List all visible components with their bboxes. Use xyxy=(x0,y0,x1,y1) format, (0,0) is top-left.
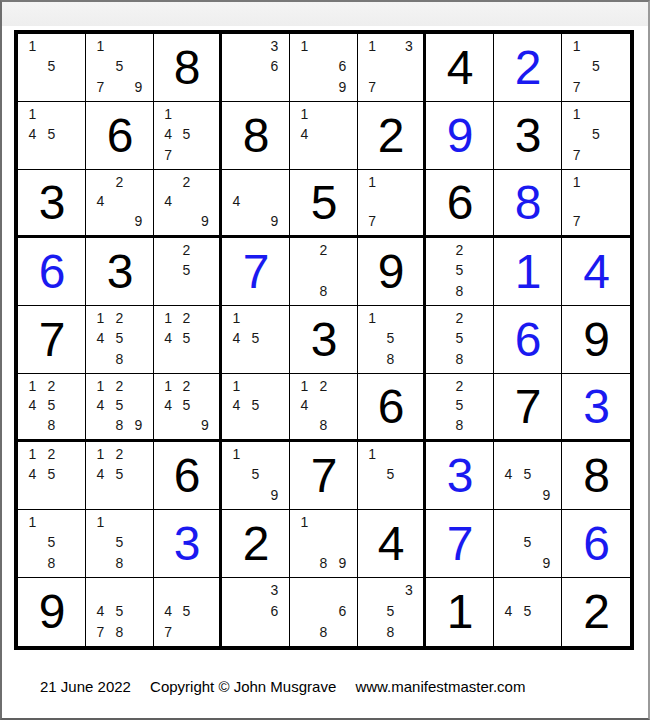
pencil-mark-4: 4 xyxy=(159,396,177,416)
pencil-mark-2: 2 xyxy=(42,444,61,464)
pencil-mark-8: 8 xyxy=(450,415,469,435)
cell-r8c6[interactable]: 4 xyxy=(358,510,426,578)
footer-website: www.manifestmaster.com xyxy=(355,678,525,695)
pencil-mark-8: 8 xyxy=(314,415,333,435)
pencil-mark-9: 9 xyxy=(265,485,284,505)
cell-r6c2[interactable]: 124589 xyxy=(86,374,154,442)
pencil-mark-2: 2 xyxy=(177,308,195,328)
pencil-mark-5: 5 xyxy=(450,396,469,416)
given-digit: 5 xyxy=(311,179,337,227)
cell-r6c9[interactable]: 3 xyxy=(562,374,630,442)
solved-digit: 3 xyxy=(447,452,473,500)
pencil-mark-5: 5 xyxy=(518,464,537,484)
pencil-mark-1: 1 xyxy=(295,512,314,532)
cell-r5c1[interactable]: 7 xyxy=(18,306,86,374)
pencil-mark-4: 4 xyxy=(159,192,177,212)
pencil-mark-4: 4 xyxy=(91,192,110,212)
pencil-mark-8: 8 xyxy=(110,349,129,369)
solved-digit: 6 xyxy=(515,316,541,364)
pencil-mark-7: 7 xyxy=(91,77,110,97)
given-digit: 7 xyxy=(311,452,337,500)
pencil-mark-1: 1 xyxy=(91,512,110,532)
cell-r7c8[interactable]: 459 xyxy=(494,442,562,510)
pencil-mark-4: 4 xyxy=(91,328,110,348)
given-digit: 9 xyxy=(378,248,404,296)
cell-r3c8[interactable]: 8 xyxy=(494,170,562,238)
cell-r7c9[interactable]: 8 xyxy=(562,442,630,510)
pencil-mark-1: 1 xyxy=(23,444,42,464)
pencil-marks: 169 xyxy=(290,34,357,101)
cell-r9c7[interactable]: 1 xyxy=(426,578,494,646)
cell-r2c7[interactable]: 9 xyxy=(426,102,494,170)
pencil-mark-1: 1 xyxy=(23,376,42,396)
cell-r3c2[interactable]: 249 xyxy=(86,170,154,238)
pencil-mark-1: 1 xyxy=(91,36,110,56)
solved-digit: 9 xyxy=(447,112,473,160)
given-digit: 9 xyxy=(39,588,65,636)
cell-r6c5[interactable]: 1248 xyxy=(290,374,358,442)
pencil-marks: 12458 xyxy=(18,374,85,439)
pencil-mark-2: 2 xyxy=(110,444,129,464)
cell-r2c2[interactable]: 6 xyxy=(86,102,154,170)
cell-r5c3[interactable]: 1245 xyxy=(154,306,222,374)
pencil-mark-5: 5 xyxy=(586,124,605,144)
cell-r2c9[interactable]: 157 xyxy=(562,102,630,170)
pencil-mark-5: 5 xyxy=(518,601,537,622)
pencil-marks: 358 xyxy=(358,578,423,646)
pencil-marks: 457 xyxy=(154,578,219,646)
cell-r3c7[interactable]: 6 xyxy=(426,170,494,238)
cell-r7c2[interactable]: 1245 xyxy=(86,442,154,510)
pencil-marks: 249 xyxy=(86,170,153,235)
cell-r9c5[interactable]: 68 xyxy=(290,578,358,646)
cell-r2c4[interactable]: 8 xyxy=(222,102,290,170)
pencil-mark-4: 4 xyxy=(159,601,177,622)
pencil-mark-5: 5 xyxy=(110,56,129,76)
pencil-mark-1: 1 xyxy=(91,444,110,464)
cell-r9c2[interactable]: 4578 xyxy=(86,578,154,646)
window-top-strip xyxy=(2,2,648,26)
pencil-mark-5: 5 xyxy=(110,464,129,484)
pencil-marks: 17 xyxy=(358,170,423,235)
cell-r6c6[interactable]: 6 xyxy=(358,374,426,442)
pencil-mark-1: 1 xyxy=(159,104,177,124)
cell-r5c5[interactable]: 3 xyxy=(290,306,358,374)
cell-r1c5[interactable]: 169 xyxy=(290,34,358,102)
cell-r1c4[interactable]: 36 xyxy=(222,34,290,102)
cell-r4c3[interactable]: 25 xyxy=(154,238,222,306)
cell-r2c3[interactable]: 1457 xyxy=(154,102,222,170)
cell-r1c1[interactable]: 15 xyxy=(18,34,86,102)
pencil-mark-4: 4 xyxy=(227,328,246,348)
given-digit: 2 xyxy=(583,588,609,636)
pencil-mark-7: 7 xyxy=(567,211,586,231)
cell-r9c6[interactable]: 358 xyxy=(358,578,426,646)
given-digit: 3 xyxy=(311,316,337,364)
pencil-mark-2: 2 xyxy=(450,308,469,328)
pencil-marks: 258 xyxy=(426,238,493,305)
pencil-mark-5: 5 xyxy=(177,396,195,416)
cell-r4c1[interactable]: 6 xyxy=(18,238,86,306)
cell-r5c4[interactable]: 145 xyxy=(222,306,290,374)
given-digit: 6 xyxy=(174,452,200,500)
cell-r1c8[interactable]: 2 xyxy=(494,34,562,102)
cell-r6c3[interactable]: 12459 xyxy=(154,374,222,442)
pencil-mark-5: 5 xyxy=(381,601,399,622)
pencil-mark-2: 2 xyxy=(110,376,129,396)
pencil-mark-3: 3 xyxy=(265,36,284,56)
pencil-mark-5: 5 xyxy=(177,260,195,280)
given-digit: 7 xyxy=(39,316,65,364)
pencil-marks: 45 xyxy=(494,578,561,646)
pencil-marks: 249 xyxy=(154,170,219,235)
solved-digit: 3 xyxy=(174,520,200,568)
given-digit: 8 xyxy=(583,452,609,500)
pencil-mark-7: 7 xyxy=(159,621,177,642)
pencil-mark-9: 9 xyxy=(265,211,284,231)
pencil-mark-1: 1 xyxy=(363,172,381,192)
cell-r6c7[interactable]: 258 xyxy=(426,374,494,442)
pencil-mark-5: 5 xyxy=(381,328,399,348)
pencil-mark-4: 4 xyxy=(295,124,314,144)
pencil-mark-5: 5 xyxy=(586,56,605,76)
pencil-mark-8: 8 xyxy=(110,415,129,435)
pencil-mark-9: 9 xyxy=(129,415,148,435)
pencil-mark-9: 9 xyxy=(196,415,214,435)
given-digit: 6 xyxy=(107,112,133,160)
pencil-mark-5: 5 xyxy=(42,532,61,552)
pencil-mark-5: 5 xyxy=(110,396,129,416)
given-digit: 7 xyxy=(515,383,541,431)
given-digit: 3 xyxy=(39,179,65,227)
pencil-mark-8: 8 xyxy=(381,621,399,642)
solved-digit: 1 xyxy=(515,248,541,296)
cell-r2c5[interactable]: 14 xyxy=(290,102,358,170)
cell-r7c7[interactable]: 3 xyxy=(426,442,494,510)
cell-r3c4[interactable]: 49 xyxy=(222,170,290,238)
pencil-mark-4: 4 xyxy=(91,601,110,622)
pencil-mark-8: 8 xyxy=(314,621,333,642)
pencil-mark-5: 5 xyxy=(381,464,399,484)
given-digit: 2 xyxy=(243,520,269,568)
cell-r8c3[interactable]: 3 xyxy=(154,510,222,578)
pencil-marks: 145 xyxy=(18,102,85,169)
cell-r9c9[interactable]: 2 xyxy=(562,578,630,646)
pencil-mark-1: 1 xyxy=(23,104,42,124)
pencil-marks: 4578 xyxy=(86,578,153,646)
pencil-mark-1: 1 xyxy=(227,444,246,464)
cell-r2c8[interactable]: 3 xyxy=(494,102,562,170)
pencil-marks: 12459 xyxy=(154,374,219,439)
cell-r3c1[interactable]: 3 xyxy=(18,170,86,238)
cell-r5c9[interactable]: 9 xyxy=(562,306,630,374)
given-digit: 4 xyxy=(378,520,404,568)
pencil-mark-6: 6 xyxy=(333,601,352,622)
pencil-mark-3: 3 xyxy=(265,580,284,601)
cell-r9c1[interactable]: 9 xyxy=(18,578,86,646)
cell-r5c2[interactable]: 12458 xyxy=(86,306,154,374)
cell-r3c5[interactable]: 5 xyxy=(290,170,358,238)
pencil-mark-9: 9 xyxy=(333,553,352,573)
pencil-mark-3: 3 xyxy=(400,580,418,601)
pencil-mark-5: 5 xyxy=(246,464,265,484)
cell-r1c6[interactable]: 137 xyxy=(358,34,426,102)
pencil-marks: 36 xyxy=(222,34,289,101)
cell-r3c3[interactable]: 249 xyxy=(154,170,222,238)
cell-r9c3[interactable]: 457 xyxy=(154,578,222,646)
cell-r4c4[interactable]: 7 xyxy=(222,238,290,306)
pencil-marks: 124589 xyxy=(86,374,153,439)
cell-r4c8[interactable]: 1 xyxy=(494,238,562,306)
pencil-marks: 159 xyxy=(222,442,289,509)
cell-r7c4[interactable]: 159 xyxy=(222,442,290,510)
pencil-mark-4: 4 xyxy=(23,396,42,416)
pencil-mark-5: 5 xyxy=(177,328,195,348)
solved-digit: 6 xyxy=(39,248,65,296)
cell-r9c4[interactable]: 36 xyxy=(222,578,290,646)
cell-r1c9[interactable]: 157 xyxy=(562,34,630,102)
pencil-marks: 189 xyxy=(290,510,357,577)
solved-digit: 2 xyxy=(515,44,541,92)
pencil-mark-4: 4 xyxy=(499,601,518,622)
pencil-mark-7: 7 xyxy=(91,621,110,642)
cell-r4c6[interactable]: 9 xyxy=(358,238,426,306)
pencil-mark-4: 4 xyxy=(23,464,42,484)
cell-r4c7[interactable]: 258 xyxy=(426,238,494,306)
given-digit: 6 xyxy=(447,179,473,227)
pencil-marks: 14 xyxy=(290,102,357,169)
pencil-mark-5: 5 xyxy=(42,396,61,416)
solved-digit: 3 xyxy=(583,383,609,431)
pencil-mark-1: 1 xyxy=(295,104,314,124)
given-digit: 8 xyxy=(174,44,200,92)
pencil-mark-7: 7 xyxy=(567,77,586,97)
pencil-mark-7: 7 xyxy=(363,211,381,231)
given-digit: 1 xyxy=(447,588,473,636)
cell-r9c8[interactable]: 45 xyxy=(494,578,562,646)
pencil-marks: 12458 xyxy=(86,306,153,373)
pencil-marks: 1457 xyxy=(154,102,219,169)
cell-r7c3[interactable]: 6 xyxy=(154,442,222,510)
pencil-mark-3: 3 xyxy=(400,36,418,56)
given-digit: 8 xyxy=(243,112,269,160)
pencil-marks: 25 xyxy=(154,238,219,305)
cell-r1c3[interactable]: 8 xyxy=(154,34,222,102)
pencil-marks: 1579 xyxy=(86,34,153,101)
pencil-mark-4: 4 xyxy=(295,396,314,416)
cell-r7c1[interactable]: 1245 xyxy=(18,442,86,510)
footer: 21 June 2022 Copyright © John Musgrave w… xyxy=(40,678,525,695)
pencil-mark-5: 5 xyxy=(42,124,61,144)
pencil-mark-5: 5 xyxy=(110,601,129,622)
cell-r8c4[interactable]: 2 xyxy=(222,510,290,578)
cell-r7c5[interactable]: 7 xyxy=(290,442,358,510)
pencil-mark-1: 1 xyxy=(23,36,42,56)
pencil-marks: 158 xyxy=(358,306,423,373)
cell-r8c8[interactable]: 59 xyxy=(494,510,562,578)
pencil-marks: 459 xyxy=(494,442,561,509)
pencil-marks: 15 xyxy=(358,442,423,509)
pencil-mark-8: 8 xyxy=(110,621,129,642)
pencil-mark-9: 9 xyxy=(196,211,214,231)
pencil-mark-9: 9 xyxy=(129,211,148,231)
pencil-mark-4: 4 xyxy=(499,464,518,484)
cell-r8c2[interactable]: 158 xyxy=(86,510,154,578)
pencil-mark-4: 4 xyxy=(91,396,110,416)
pencil-mark-2: 2 xyxy=(177,240,195,260)
pencil-marks: 158 xyxy=(18,510,85,577)
cell-r6c4[interactable]: 145 xyxy=(222,374,290,442)
sudoku-board: 1515798361691374215714561457814293157324… xyxy=(14,30,634,650)
pencil-mark-8: 8 xyxy=(381,349,399,369)
cell-r1c7[interactable]: 4 xyxy=(426,34,494,102)
cell-r3c9[interactable]: 17 xyxy=(562,170,630,238)
solved-digit: 6 xyxy=(583,520,609,568)
cell-r7c6[interactable]: 15 xyxy=(358,442,426,510)
cell-r5c6[interactable]: 158 xyxy=(358,306,426,374)
pencil-mark-2: 2 xyxy=(450,376,469,396)
pencil-mark-5: 5 xyxy=(518,532,537,552)
pencil-mark-5: 5 xyxy=(450,328,469,348)
pencil-marks: 137 xyxy=(358,34,423,101)
cell-r8c5[interactable]: 189 xyxy=(290,510,358,578)
pencil-mark-2: 2 xyxy=(314,376,333,396)
pencil-mark-4: 4 xyxy=(91,464,110,484)
given-digit: 3 xyxy=(515,112,541,160)
pencil-mark-5: 5 xyxy=(42,464,61,484)
cell-r4c5[interactable]: 28 xyxy=(290,238,358,306)
pencil-marks: 145 xyxy=(222,374,289,439)
solved-digit: 7 xyxy=(447,520,473,568)
pencil-mark-9: 9 xyxy=(129,77,148,97)
pencil-mark-2: 2 xyxy=(450,240,469,260)
pencil-mark-4: 4 xyxy=(159,124,177,144)
footer-date: 21 June 2022 xyxy=(40,678,131,695)
cell-r4c9[interactable]: 4 xyxy=(562,238,630,306)
pencil-marks: 1245 xyxy=(18,442,85,509)
pencil-mark-8: 8 xyxy=(314,553,333,573)
page-frame: 1515798361691374215714561457814293157324… xyxy=(0,0,650,720)
pencil-mark-6: 6 xyxy=(333,56,352,76)
given-digit: 6 xyxy=(378,383,404,431)
pencil-marks: 1245 xyxy=(86,442,153,509)
given-digit: 4 xyxy=(447,44,473,92)
pencil-mark-2: 2 xyxy=(314,240,333,260)
cell-r3c6[interactable]: 17 xyxy=(358,170,426,238)
solved-digit: 8 xyxy=(515,179,541,227)
pencil-mark-4: 4 xyxy=(159,328,177,348)
pencil-marks: 145 xyxy=(222,306,289,373)
pencil-mark-9: 9 xyxy=(537,485,556,505)
cell-r6c1[interactable]: 12458 xyxy=(18,374,86,442)
pencil-marks: 158 xyxy=(86,510,153,577)
pencil-mark-2: 2 xyxy=(110,172,129,192)
pencil-marks: 157 xyxy=(562,102,630,169)
pencil-mark-1: 1 xyxy=(363,36,381,56)
pencil-marks: 59 xyxy=(494,510,561,577)
pencil-mark-7: 7 xyxy=(159,145,177,165)
given-digit: 3 xyxy=(107,248,133,296)
pencil-mark-2: 2 xyxy=(177,376,195,396)
pencil-mark-4: 4 xyxy=(227,396,246,416)
cell-r8c1[interactable]: 158 xyxy=(18,510,86,578)
pencil-mark-8: 8 xyxy=(110,553,129,573)
pencil-mark-2: 2 xyxy=(110,308,129,328)
pencil-mark-1: 1 xyxy=(363,444,381,464)
footer-copyright: Copyright © John Musgrave xyxy=(150,678,336,695)
pencil-mark-2: 2 xyxy=(42,376,61,396)
cell-r5c8[interactable]: 6 xyxy=(494,306,562,374)
pencil-mark-1: 1 xyxy=(295,376,314,396)
pencil-marks: 17 xyxy=(562,170,630,235)
cell-r8c9[interactable]: 6 xyxy=(562,510,630,578)
cell-r4c2[interactable]: 3 xyxy=(86,238,154,306)
cell-r1c2[interactable]: 1579 xyxy=(86,34,154,102)
cell-r2c1[interactable]: 145 xyxy=(18,102,86,170)
pencil-mark-5: 5 xyxy=(177,601,195,622)
pencil-marks: 258 xyxy=(426,306,493,373)
cell-r6c8[interactable]: 7 xyxy=(494,374,562,442)
pencil-mark-7: 7 xyxy=(363,77,381,97)
pencil-mark-1: 1 xyxy=(363,308,381,328)
pencil-mark-2: 2 xyxy=(177,172,195,192)
pencil-mark-4: 4 xyxy=(23,124,42,144)
pencil-mark-6: 6 xyxy=(265,56,284,76)
pencil-mark-1: 1 xyxy=(295,36,314,56)
pencil-mark-7: 7 xyxy=(567,145,586,165)
pencil-marks: 258 xyxy=(426,374,493,439)
pencil-mark-8: 8 xyxy=(314,281,333,301)
pencil-mark-1: 1 xyxy=(567,172,586,192)
pencil-mark-5: 5 xyxy=(246,396,265,416)
cell-r8c7[interactable]: 7 xyxy=(426,510,494,578)
pencil-mark-1: 1 xyxy=(227,308,246,328)
pencil-marks: 157 xyxy=(562,34,630,101)
pencil-mark-1: 1 xyxy=(159,376,177,396)
pencil-marks: 1248 xyxy=(290,374,357,439)
pencil-mark-5: 5 xyxy=(42,56,61,76)
pencil-mark-1: 1 xyxy=(159,308,177,328)
pencil-mark-1: 1 xyxy=(567,36,586,56)
pencil-mark-8: 8 xyxy=(42,415,61,435)
pencil-marks: 68 xyxy=(290,578,357,646)
pencil-mark-8: 8 xyxy=(42,553,61,573)
pencil-mark-5: 5 xyxy=(110,328,129,348)
pencil-mark-6: 6 xyxy=(265,601,284,622)
pencil-mark-1: 1 xyxy=(91,376,110,396)
pencil-mark-5: 5 xyxy=(246,328,265,348)
pencil-marks: 28 xyxy=(290,238,357,305)
given-digit: 9 xyxy=(583,316,609,364)
given-digit: 2 xyxy=(378,112,404,160)
pencil-mark-9: 9 xyxy=(537,553,556,573)
pencil-mark-1: 1 xyxy=(23,512,42,532)
pencil-mark-9: 9 xyxy=(333,77,352,97)
pencil-marks: 49 xyxy=(222,170,289,235)
pencil-mark-1: 1 xyxy=(567,104,586,124)
solved-digit: 4 xyxy=(583,248,609,296)
pencil-mark-1: 1 xyxy=(91,308,110,328)
pencil-marks: 36 xyxy=(222,578,289,646)
cell-r5c7[interactable]: 258 xyxy=(426,306,494,374)
pencil-marks: 1245 xyxy=(154,306,219,373)
pencil-mark-8: 8 xyxy=(450,349,469,369)
pencil-mark-8: 8 xyxy=(450,281,469,301)
cell-r2c6[interactable]: 2 xyxy=(358,102,426,170)
pencil-mark-1: 1 xyxy=(227,376,246,396)
pencil-marks: 15 xyxy=(18,34,85,101)
solved-digit: 7 xyxy=(243,248,269,296)
